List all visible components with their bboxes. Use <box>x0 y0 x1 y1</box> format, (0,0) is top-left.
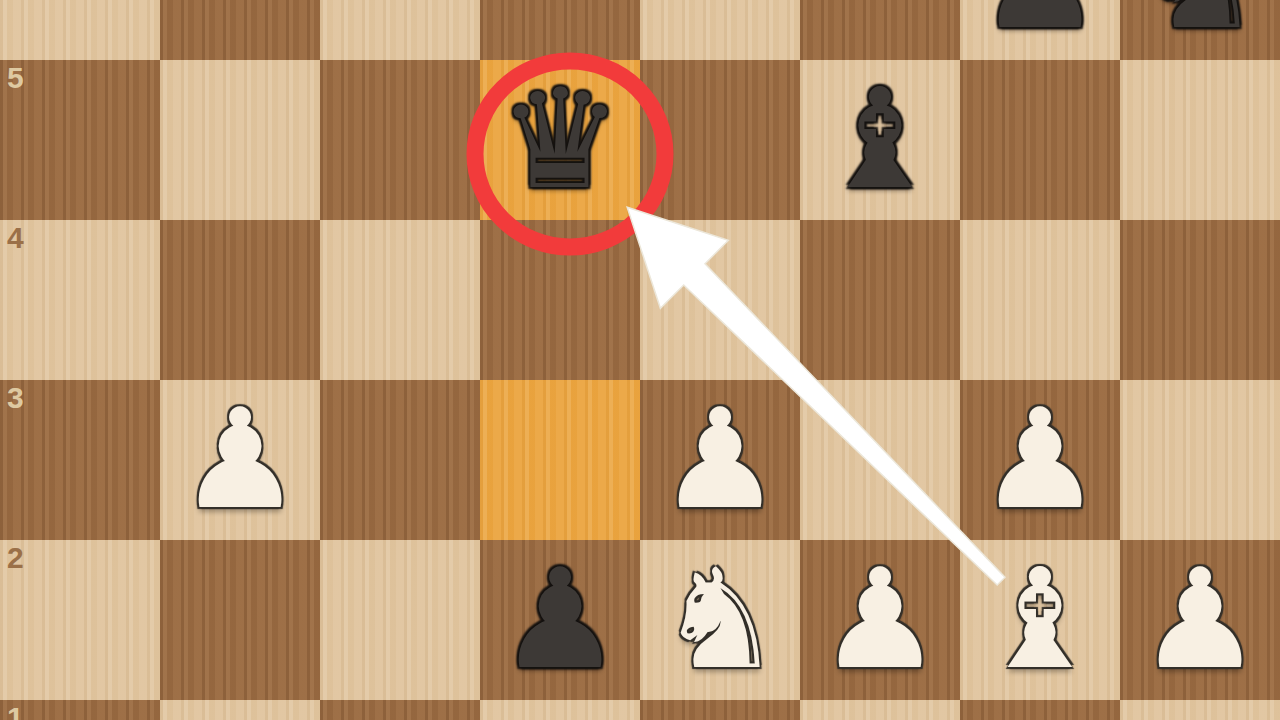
rank-label-4: 4 <box>7 223 24 253</box>
square-b6[interactable] <box>160 0 320 60</box>
piece-white-pawn[interactable]: ♟ <box>960 380 1120 540</box>
square-e4[interactable] <box>640 220 800 380</box>
square-d1[interactable] <box>480 700 640 720</box>
piece-black-pawn[interactable]: ♟ <box>960 0 1120 60</box>
square-h1[interactable] <box>1120 700 1280 720</box>
square-h6[interactable]: ♞ <box>1120 0 1280 60</box>
square-g5[interactable] <box>960 60 1120 220</box>
square-a1[interactable]: 1 <box>0 700 160 720</box>
square-f2[interactable]: ♟ <box>800 540 960 700</box>
square-c2[interactable] <box>320 540 480 700</box>
square-c4[interactable] <box>320 220 480 380</box>
piece-white-knight[interactable]: ♞ <box>640 540 800 700</box>
square-d5[interactable]: ♛ <box>480 60 640 220</box>
square-h3[interactable] <box>1120 380 1280 540</box>
square-d2[interactable]: ♟ <box>480 540 640 700</box>
square-f6[interactable] <box>800 0 960 60</box>
square-d4[interactable] <box>480 220 640 380</box>
square-g3[interactable]: ♟ <box>960 380 1120 540</box>
square-h2[interactable]: ♟ <box>1120 540 1280 700</box>
chess-board: 876♟♞5♛♝43♟♟♟2♟♞♟♝♟1 <box>0 0 1280 720</box>
rank-label-3: 3 <box>7 383 24 413</box>
square-e3[interactable]: ♟ <box>640 380 800 540</box>
square-b4[interactable] <box>160 220 320 380</box>
piece-black-pawn[interactable]: ♟ <box>480 540 640 700</box>
piece-white-pawn[interactable]: ♟ <box>800 540 960 700</box>
square-f4[interactable] <box>800 220 960 380</box>
square-f3[interactable] <box>800 380 960 540</box>
piece-white-pawn[interactable]: ♟ <box>640 380 800 540</box>
square-c5[interactable] <box>320 60 480 220</box>
square-f1[interactable] <box>800 700 960 720</box>
square-h5[interactable] <box>1120 60 1280 220</box>
square-b2[interactable] <box>160 540 320 700</box>
square-b3[interactable]: ♟ <box>160 380 320 540</box>
square-b5[interactable] <box>160 60 320 220</box>
rank-label-5: 5 <box>7 63 24 93</box>
piece-white-pawn[interactable]: ♟ <box>1120 540 1280 700</box>
square-c3[interactable] <box>320 380 480 540</box>
square-a6[interactable]: 6 <box>0 0 160 60</box>
square-a5[interactable]: 5 <box>0 60 160 220</box>
square-c1[interactable] <box>320 700 480 720</box>
piece-white-bishop[interactable]: ♝ <box>960 540 1120 700</box>
square-h4[interactable] <box>1120 220 1280 380</box>
rank-label-2: 2 <box>7 543 24 573</box>
square-b1[interactable] <box>160 700 320 720</box>
square-e5[interactable] <box>640 60 800 220</box>
square-a2[interactable]: 2 <box>0 540 160 700</box>
square-g4[interactable] <box>960 220 1120 380</box>
square-g2[interactable]: ♝ <box>960 540 1120 700</box>
piece-black-bishop[interactable]: ♝ <box>800 60 960 220</box>
square-a4[interactable]: 4 <box>0 220 160 380</box>
square-f5[interactable]: ♝ <box>800 60 960 220</box>
rank-label-1: 1 <box>7 703 24 720</box>
square-a3[interactable]: 3 <box>0 380 160 540</box>
piece-black-queen[interactable]: ♛ <box>480 60 640 220</box>
square-e1[interactable] <box>640 700 800 720</box>
square-e2[interactable]: ♞ <box>640 540 800 700</box>
square-g1[interactable] <box>960 700 1120 720</box>
square-d6[interactable] <box>480 0 640 60</box>
chess-board-viewport: 876♟♞5♛♝43♟♟♟2♟♞♟♝♟1 <box>0 0 1280 720</box>
square-c6[interactable] <box>320 0 480 60</box>
piece-black-knight[interactable]: ♞ <box>1120 0 1280 60</box>
square-d3[interactable] <box>480 380 640 540</box>
square-e6[interactable] <box>640 0 800 60</box>
piece-white-pawn[interactable]: ♟ <box>160 380 320 540</box>
square-g6[interactable]: ♟ <box>960 0 1120 60</box>
